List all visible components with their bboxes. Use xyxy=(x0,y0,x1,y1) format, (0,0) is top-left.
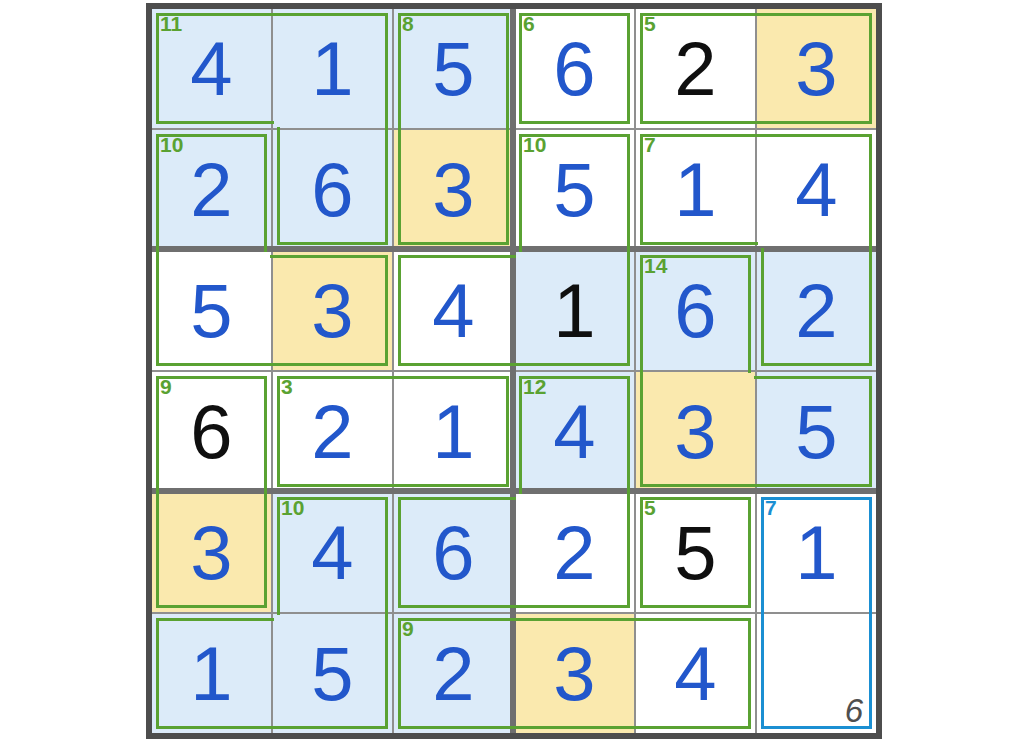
cell-r1c4[interactable]: 66 xyxy=(515,9,634,128)
cell-r1c6[interactable]: 3 xyxy=(757,9,876,128)
cell-r2c2[interactable]: 6 xyxy=(273,130,392,249)
cell-r5c2[interactable]: 104 xyxy=(273,493,392,612)
cage-sum: 7 xyxy=(644,133,656,156)
cage-sum: 9 xyxy=(402,617,414,640)
cell-r4c3[interactable]: 1 xyxy=(394,372,513,491)
cell-value: 3 xyxy=(636,372,755,491)
cell-r2c6[interactable]: 4 xyxy=(757,130,876,249)
cell-value: 1 xyxy=(394,372,513,491)
cell-r4c4[interactable]: 124 xyxy=(515,372,634,491)
cell-r4c5[interactable]: 3 xyxy=(636,372,755,491)
killer-sudoku-board: 1141856652310263105714534114629632112435… xyxy=(146,3,882,739)
sudoku-grid: 1141856652310263105714534114629632112435… xyxy=(152,9,876,733)
cell-r3c4[interactable]: 1 xyxy=(515,251,634,370)
cell-r3c6[interactable]: 2 xyxy=(757,251,876,370)
cell-value: 1 xyxy=(273,9,392,128)
cell-r5c5[interactable]: 55 xyxy=(636,493,755,612)
cage-sum: 10 xyxy=(160,133,183,156)
cell-r1c5[interactable]: 52 xyxy=(636,9,755,128)
cage-sum: 9 xyxy=(160,375,172,398)
cell-r1c1[interactable]: 114 xyxy=(152,9,271,128)
cell-value: 5 xyxy=(152,251,271,370)
pencil-mark: 6 xyxy=(845,692,863,730)
cell-r6c2[interactable]: 5 xyxy=(273,614,392,733)
cage-sum: 7 xyxy=(765,496,777,519)
cell-value: 6 xyxy=(394,493,513,612)
cell-value: 4 xyxy=(757,130,876,249)
cell-r1c2[interactable]: 1 xyxy=(273,9,392,128)
cage-sum: 11 xyxy=(160,12,182,35)
cage-sum: 8 xyxy=(402,12,414,35)
cage-sum: 14 xyxy=(644,254,667,277)
cage-sum: 6 xyxy=(523,12,535,35)
cell-r2c4[interactable]: 105 xyxy=(515,130,634,249)
cell-r5c6[interactable]: 71 xyxy=(757,493,876,612)
cage-sum: 10 xyxy=(523,133,546,156)
cell-r2c3[interactable]: 3 xyxy=(394,130,513,249)
cell-r6c1[interactable]: 1 xyxy=(152,614,271,733)
cell-value: 3 xyxy=(152,493,271,612)
cell-r5c3[interactable]: 6 xyxy=(394,493,513,612)
cell-r6c6[interactable]: 6 xyxy=(757,614,876,733)
cell-r4c2[interactable]: 32 xyxy=(273,372,392,491)
cell-r2c5[interactable]: 71 xyxy=(636,130,755,249)
cage-sum: 12 xyxy=(523,375,546,398)
cell-value: 2 xyxy=(757,251,876,370)
cell-value: 5 xyxy=(273,614,392,733)
cell-r6c5[interactable]: 4 xyxy=(636,614,755,733)
cell-value: 4 xyxy=(394,251,513,370)
cell-value: 1 xyxy=(515,251,634,370)
cage-sum: 3 xyxy=(281,375,293,398)
cell-value: 1 xyxy=(152,614,271,733)
cell-value: 5 xyxy=(757,372,876,491)
cage-sum: 5 xyxy=(644,12,656,35)
cell-r3c2[interactable]: 3 xyxy=(273,251,392,370)
cell-value: 4 xyxy=(636,614,755,733)
cage-sum: 10 xyxy=(281,496,304,519)
cell-r3c1[interactable]: 5 xyxy=(152,251,271,370)
cell-r4c1[interactable]: 96 xyxy=(152,372,271,491)
cell-r4c6[interactable]: 5 xyxy=(757,372,876,491)
cell-r5c4[interactable]: 2 xyxy=(515,493,634,612)
cell-r3c5[interactable]: 146 xyxy=(636,251,755,370)
cell-value: 6 xyxy=(273,130,392,249)
cell-r1c3[interactable]: 85 xyxy=(394,9,513,128)
cage-sum: 5 xyxy=(644,496,656,519)
cell-value: 3 xyxy=(515,614,634,733)
cell-r6c4[interactable]: 3 xyxy=(515,614,634,733)
cell-value: 3 xyxy=(757,9,876,128)
cell-value: 3 xyxy=(394,130,513,249)
cell-r2c1[interactable]: 102 xyxy=(152,130,271,249)
cell-value: 3 xyxy=(273,251,392,370)
cell-r5c1[interactable]: 3 xyxy=(152,493,271,612)
cell-r6c3[interactable]: 92 xyxy=(394,614,513,733)
cell-value: 2 xyxy=(515,493,634,612)
cell-r3c3[interactable]: 4 xyxy=(394,251,513,370)
